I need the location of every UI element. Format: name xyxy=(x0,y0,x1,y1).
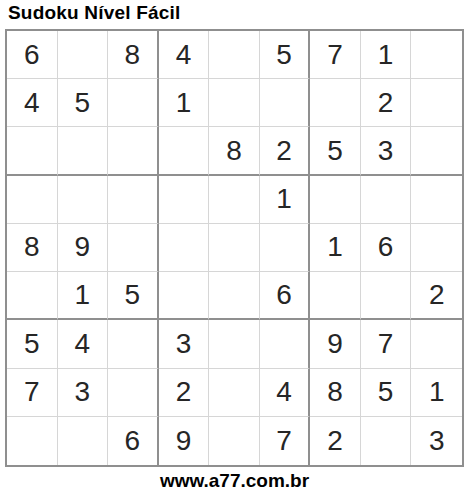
cell-r7c1[interactable]: 5 xyxy=(7,320,58,368)
cell-r3c6[interactable]: 2 xyxy=(260,127,311,175)
cell-r8c1[interactable]: 7 xyxy=(7,369,58,417)
cell-r1c7[interactable]: 7 xyxy=(310,31,361,79)
cell-r1c9[interactable] xyxy=(411,31,462,79)
cell-r9c3[interactable]: 6 xyxy=(108,417,159,465)
cell-r6c1[interactable] xyxy=(7,272,58,320)
cell-r7c6[interactable] xyxy=(260,320,311,368)
cell-r6c3[interactable]: 5 xyxy=(108,272,159,320)
cell-r4c9[interactable] xyxy=(411,176,462,224)
cell-r2c5[interactable] xyxy=(209,79,260,127)
cell-r9c5[interactable] xyxy=(209,417,260,465)
cell-r5c6[interactable] xyxy=(260,224,311,272)
cell-r6c9[interactable]: 2 xyxy=(411,272,462,320)
cell-r4c3[interactable] xyxy=(108,176,159,224)
cell-r9c1[interactable] xyxy=(7,417,58,465)
cell-r4c1[interactable] xyxy=(7,176,58,224)
cell-r4c2[interactable] xyxy=(58,176,109,224)
cell-r5c8[interactable]: 6 xyxy=(361,224,412,272)
cell-r8c4[interactable]: 2 xyxy=(159,369,210,417)
cell-r5c1[interactable]: 8 xyxy=(7,224,58,272)
cell-r4c7[interactable] xyxy=(310,176,361,224)
cell-r6c7[interactable] xyxy=(310,272,361,320)
cell-r3c8[interactable]: 3 xyxy=(361,127,412,175)
cell-r5c4[interactable] xyxy=(159,224,210,272)
cell-r3c5[interactable]: 8 xyxy=(209,127,260,175)
cell-r5c3[interactable] xyxy=(108,224,159,272)
page-title: Sudoku Nível Fácil xyxy=(8,2,181,24)
cell-r8c9[interactable]: 1 xyxy=(411,369,462,417)
cell-r9c2[interactable] xyxy=(58,417,109,465)
cell-r8c2[interactable]: 3 xyxy=(58,369,109,417)
sudoku-grid: 6845714512825318916156254397732485169723 xyxy=(5,29,464,467)
cell-r2c3[interactable] xyxy=(108,79,159,127)
cell-r7c9[interactable] xyxy=(411,320,462,368)
cell-r7c2[interactable]: 4 xyxy=(58,320,109,368)
cell-r9c4[interactable]: 9 xyxy=(159,417,210,465)
cell-r5c2[interactable]: 9 xyxy=(58,224,109,272)
cell-r6c2[interactable]: 1 xyxy=(58,272,109,320)
site-url: www.a77.com.br xyxy=(0,470,469,492)
cell-r1c6[interactable]: 5 xyxy=(260,31,311,79)
cell-r2c8[interactable]: 2 xyxy=(361,79,412,127)
cell-r2c6[interactable] xyxy=(260,79,311,127)
cell-r4c5[interactable] xyxy=(209,176,260,224)
cell-r3c7[interactable]: 5 xyxy=(310,127,361,175)
cell-r1c5[interactable] xyxy=(209,31,260,79)
cell-r4c8[interactable] xyxy=(361,176,412,224)
cell-r8c8[interactable]: 5 xyxy=(361,369,412,417)
cell-r3c9[interactable] xyxy=(411,127,462,175)
cell-r2c4[interactable]: 1 xyxy=(159,79,210,127)
cell-r7c3[interactable] xyxy=(108,320,159,368)
cell-r9c8[interactable] xyxy=(361,417,412,465)
cell-r1c3[interactable]: 8 xyxy=(108,31,159,79)
cell-r9c6[interactable]: 7 xyxy=(260,417,311,465)
cell-r3c4[interactable] xyxy=(159,127,210,175)
cell-r6c5[interactable] xyxy=(209,272,260,320)
cell-r2c7[interactable] xyxy=(310,79,361,127)
cell-r9c9[interactable]: 3 xyxy=(411,417,462,465)
cell-r8c5[interactable] xyxy=(209,369,260,417)
cell-r6c4[interactable] xyxy=(159,272,210,320)
cell-r9c7[interactable]: 2 xyxy=(310,417,361,465)
cell-r8c3[interactable] xyxy=(108,369,159,417)
cell-r1c8[interactable]: 1 xyxy=(361,31,412,79)
cell-r1c2[interactable] xyxy=(58,31,109,79)
cell-r2c9[interactable] xyxy=(411,79,462,127)
cell-r1c1[interactable]: 6 xyxy=(7,31,58,79)
cell-r1c4[interactable]: 4 xyxy=(159,31,210,79)
cell-r7c5[interactable] xyxy=(209,320,260,368)
cell-r6c6[interactable]: 6 xyxy=(260,272,311,320)
cell-r2c1[interactable]: 4 xyxy=(7,79,58,127)
cell-r7c8[interactable]: 7 xyxy=(361,320,412,368)
cell-r7c4[interactable]: 3 xyxy=(159,320,210,368)
cell-r6c8[interactable] xyxy=(361,272,412,320)
cell-r5c9[interactable] xyxy=(411,224,462,272)
cell-r5c5[interactable] xyxy=(209,224,260,272)
cell-r4c6[interactable]: 1 xyxy=(260,176,311,224)
cell-r3c2[interactable] xyxy=(58,127,109,175)
cell-r7c7[interactable]: 9 xyxy=(310,320,361,368)
cell-r3c1[interactable] xyxy=(7,127,58,175)
cell-r2c2[interactable]: 5 xyxy=(58,79,109,127)
cell-r3c3[interactable] xyxy=(108,127,159,175)
cell-r8c6[interactable]: 4 xyxy=(260,369,311,417)
cell-r5c7[interactable]: 1 xyxy=(310,224,361,272)
cell-r4c4[interactable] xyxy=(159,176,210,224)
cell-r8c7[interactable]: 8 xyxy=(310,369,361,417)
